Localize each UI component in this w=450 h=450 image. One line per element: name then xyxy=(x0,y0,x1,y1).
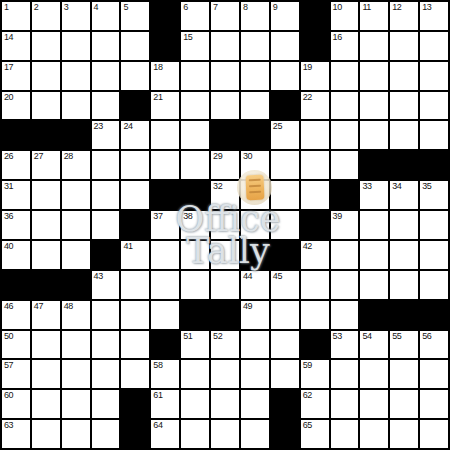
clue-number: 50 xyxy=(4,331,13,342)
clue-number: 53 xyxy=(333,331,342,342)
cell-r11c7[interactable]: 52 xyxy=(211,331,239,359)
cell-r0c11[interactable]: 10 xyxy=(331,2,359,30)
cell-r6c0[interactable]: 31 xyxy=(2,181,30,209)
black-cell-r6c11 xyxy=(331,181,359,209)
cell-r8c13[interactable] xyxy=(390,241,418,269)
cell-r11c8[interactable] xyxy=(241,331,269,359)
cell-r9c13[interactable] xyxy=(390,271,418,299)
clue-number: 30 xyxy=(243,151,252,162)
cell-r11c13[interactable]: 55 xyxy=(390,331,418,359)
cell-r8c12[interactable] xyxy=(360,241,388,269)
black-cell-r11c5 xyxy=(151,331,179,359)
cell-r9c6[interactable] xyxy=(181,271,209,299)
cell-r10c11[interactable] xyxy=(331,301,359,329)
cell-r9c9[interactable]: 45 xyxy=(271,271,299,299)
cell-r8c4[interactable]: 41 xyxy=(121,241,149,269)
cell-r6c4[interactable] xyxy=(121,181,149,209)
cell-r3c0[interactable]: 20 xyxy=(2,92,30,120)
cell-r1c8[interactable] xyxy=(241,32,269,60)
cell-r12c8[interactable] xyxy=(241,360,269,388)
cell-r2c14[interactable] xyxy=(420,62,448,90)
cell-r14c7[interactable] xyxy=(211,420,239,448)
cell-r10c0[interactable]: 46 xyxy=(2,301,30,329)
cell-r8c7[interactable] xyxy=(211,241,239,269)
black-cell-r9c2 xyxy=(62,271,90,299)
clue-number: 22 xyxy=(303,92,312,103)
black-cell-r10c7 xyxy=(211,301,239,329)
black-cell-r9c0 xyxy=(2,271,30,299)
black-cell-r1c5 xyxy=(151,32,179,60)
cell-r2c7[interactable] xyxy=(211,62,239,90)
cell-r3c13[interactable] xyxy=(390,92,418,120)
black-cell-r4c0 xyxy=(2,121,30,149)
black-cell-r13c4 xyxy=(121,390,149,418)
clue-number: 4 xyxy=(94,2,99,13)
cell-r6c14[interactable]: 35 xyxy=(420,181,448,209)
clue-number: 16 xyxy=(333,32,342,43)
cell-r3c5[interactable]: 21 xyxy=(151,92,179,120)
cell-r14c11[interactable] xyxy=(331,420,359,448)
clue-number: 51 xyxy=(183,331,192,342)
black-cell-r8c8 xyxy=(241,241,269,269)
cell-r9c7[interactable] xyxy=(211,271,239,299)
cell-r8c2[interactable] xyxy=(62,241,90,269)
cell-r13c5[interactable]: 61 xyxy=(151,390,179,418)
cell-r12c12[interactable] xyxy=(360,360,388,388)
cell-r0c12[interactable]: 11 xyxy=(360,2,388,30)
cell-r7c13[interactable] xyxy=(390,211,418,239)
clue-number: 21 xyxy=(153,92,162,103)
cell-r12c9[interactable] xyxy=(271,360,299,388)
clue-number: 47 xyxy=(34,301,43,312)
cell-r9c12[interactable] xyxy=(360,271,388,299)
black-cell-r0c5 xyxy=(151,2,179,30)
black-cell-r7c10 xyxy=(301,211,329,239)
cell-r11c11[interactable]: 53 xyxy=(331,331,359,359)
cell-r0c3[interactable]: 4 xyxy=(92,2,120,30)
cell-r2c4[interactable] xyxy=(121,62,149,90)
cell-r7c3[interactable] xyxy=(92,211,120,239)
clue-number: 37 xyxy=(153,211,162,222)
cell-r6c2[interactable] xyxy=(62,181,90,209)
clue-number: 38 xyxy=(183,211,192,222)
black-cell-r4c7 xyxy=(211,121,239,149)
clue-number: 42 xyxy=(303,241,312,252)
cell-r0c13[interactable]: 12 xyxy=(390,2,418,30)
cell-r6c13[interactable]: 34 xyxy=(390,181,418,209)
cell-r12c5[interactable]: 58 xyxy=(151,360,179,388)
cell-r8c6[interactable] xyxy=(181,241,209,269)
clue-number: 14 xyxy=(4,32,13,43)
cell-r14c2[interactable] xyxy=(62,420,90,448)
cell-r14c0[interactable]: 63 xyxy=(2,420,30,448)
cell-r4c10[interactable] xyxy=(301,121,329,149)
cell-r0c0[interactable]: 1 xyxy=(2,2,30,30)
cell-r10c2[interactable]: 48 xyxy=(62,301,90,329)
cell-r6c10[interactable] xyxy=(301,181,329,209)
cell-r1c7[interactable] xyxy=(211,32,239,60)
clue-number: 29 xyxy=(213,151,222,162)
black-cell-r6c6 xyxy=(181,181,209,209)
cell-r6c9[interactable] xyxy=(271,181,299,209)
cell-r7c11[interactable]: 39 xyxy=(331,211,359,239)
cell-r1c2[interactable] xyxy=(62,32,90,60)
black-cell-r14c4 xyxy=(121,420,149,448)
black-cell-r10c6 xyxy=(181,301,209,329)
cell-r11c9[interactable] xyxy=(271,331,299,359)
cell-r1c3[interactable] xyxy=(92,32,120,60)
cell-r2c9[interactable] xyxy=(271,62,299,90)
clue-number: 15 xyxy=(183,32,192,43)
clue-number: 12 xyxy=(392,2,401,13)
cell-r12c11[interactable] xyxy=(331,360,359,388)
cell-r13c2[interactable] xyxy=(62,390,90,418)
cell-r0c9[interactable]: 9 xyxy=(271,2,299,30)
clue-number: 27 xyxy=(34,151,43,162)
cell-r13c7[interactable] xyxy=(211,390,239,418)
cell-r0c4[interactable]: 5 xyxy=(121,2,149,30)
cell-r4c9[interactable]: 25 xyxy=(271,121,299,149)
black-cell-r13c9 xyxy=(271,390,299,418)
cell-r7c0[interactable]: 36 xyxy=(2,211,30,239)
cell-r6c1[interactable] xyxy=(32,181,60,209)
black-cell-r10c14 xyxy=(420,301,448,329)
cell-r1c12[interactable] xyxy=(360,32,388,60)
clue-number: 5 xyxy=(123,2,128,13)
clue-number: 31 xyxy=(4,181,13,192)
cell-r0c6[interactable]: 6 xyxy=(181,2,209,30)
cell-r1c4[interactable] xyxy=(121,32,149,60)
cell-r5c6[interactable] xyxy=(181,151,209,179)
cell-r14c3[interactable] xyxy=(92,420,120,448)
clue-number: 7 xyxy=(213,2,218,13)
cell-r9c10[interactable] xyxy=(301,271,329,299)
cell-r7c7[interactable] xyxy=(211,211,239,239)
cell-r11c14[interactable]: 56 xyxy=(420,331,448,359)
clue-number: 46 xyxy=(4,301,13,312)
cell-r9c4[interactable] xyxy=(121,271,149,299)
cell-r11c12[interactable]: 54 xyxy=(360,331,388,359)
clue-number: 48 xyxy=(64,301,73,312)
cell-r9c5[interactable] xyxy=(151,271,179,299)
cell-r0c14[interactable]: 13 xyxy=(420,2,448,30)
cell-r2c6[interactable] xyxy=(181,62,209,90)
clue-number: 64 xyxy=(153,420,162,431)
clue-number: 56 xyxy=(422,331,431,342)
cell-r1c14[interactable] xyxy=(420,32,448,60)
clue-number: 8 xyxy=(243,2,248,13)
black-cell-r14c9 xyxy=(271,420,299,448)
cell-r13c6[interactable] xyxy=(181,390,209,418)
cell-r1c1[interactable] xyxy=(32,32,60,60)
black-cell-r8c3 xyxy=(92,241,120,269)
cell-r2c13[interactable] xyxy=(390,62,418,90)
cell-r5c3[interactable] xyxy=(92,151,120,179)
cell-r10c5[interactable] xyxy=(151,301,179,329)
cell-r14c6[interactable] xyxy=(181,420,209,448)
cell-r13c14[interactable] xyxy=(420,390,448,418)
cell-r13c8[interactable] xyxy=(241,390,269,418)
cell-r5c9[interactable] xyxy=(271,151,299,179)
cell-r4c14[interactable] xyxy=(420,121,448,149)
cell-r7c12[interactable] xyxy=(360,211,388,239)
cell-r10c8[interactable]: 49 xyxy=(241,301,269,329)
cell-r3c7[interactable] xyxy=(211,92,239,120)
clue-number: 34 xyxy=(392,181,401,192)
black-cell-r0c10 xyxy=(301,2,329,30)
clue-number: 40 xyxy=(4,241,13,252)
cell-r2c8[interactable] xyxy=(241,62,269,90)
cell-r8c14[interactable] xyxy=(420,241,448,269)
cell-r12c6[interactable] xyxy=(181,360,209,388)
cell-r14c14[interactable] xyxy=(420,420,448,448)
clue-number: 65 xyxy=(303,420,312,431)
cell-r0c8[interactable]: 8 xyxy=(241,2,269,30)
cell-r10c3[interactable] xyxy=(92,301,120,329)
black-cell-r7c4 xyxy=(121,211,149,239)
black-cell-r4c8 xyxy=(241,121,269,149)
clue-number: 55 xyxy=(392,331,401,342)
cell-r0c2[interactable]: 3 xyxy=(62,2,90,30)
cell-r3c10[interactable]: 22 xyxy=(301,92,329,120)
cell-r12c3[interactable] xyxy=(92,360,120,388)
cell-r4c3[interactable]: 23 xyxy=(92,121,120,149)
cell-r12c1[interactable] xyxy=(32,360,60,388)
cell-r2c5[interactable]: 18 xyxy=(151,62,179,90)
clue-number: 18 xyxy=(153,62,162,73)
black-cell-r5c12 xyxy=(360,151,388,179)
cell-r6c7[interactable]: 32 xyxy=(211,181,239,209)
cell-r13c11[interactable] xyxy=(331,390,359,418)
clue-number: 49 xyxy=(243,301,252,312)
cell-r5c5[interactable] xyxy=(151,151,179,179)
clue-number: 6 xyxy=(183,2,188,13)
cell-r7c14[interactable] xyxy=(420,211,448,239)
clue-number: 10 xyxy=(333,2,342,13)
cell-r2c0[interactable]: 17 xyxy=(2,62,30,90)
clue-number: 52 xyxy=(213,331,222,342)
cell-r1c9[interactable] xyxy=(271,32,299,60)
cell-r4c12[interactable] xyxy=(360,121,388,149)
cell-r5c0[interactable]: 26 xyxy=(2,151,30,179)
black-cell-r3c9 xyxy=(271,92,299,120)
cell-r12c0[interactable]: 57 xyxy=(2,360,30,388)
clue-number: 61 xyxy=(153,390,162,401)
cell-r9c3[interactable]: 43 xyxy=(92,271,120,299)
cell-r7c9[interactable] xyxy=(271,211,299,239)
cell-r14c12[interactable] xyxy=(360,420,388,448)
cell-r4c13[interactable] xyxy=(390,121,418,149)
cell-r3c3[interactable] xyxy=(92,92,120,120)
cell-r7c5[interactable]: 37 xyxy=(151,211,179,239)
black-cell-r3c4 xyxy=(121,92,149,120)
clue-number: 20 xyxy=(4,92,13,103)
cell-r2c11[interactable] xyxy=(331,62,359,90)
cell-r13c10[interactable]: 62 xyxy=(301,390,329,418)
cell-r13c3[interactable] xyxy=(92,390,120,418)
black-cell-r10c12 xyxy=(360,301,388,329)
clue-number: 58 xyxy=(153,360,162,371)
cell-r8c5[interactable] xyxy=(151,241,179,269)
cell-r6c12[interactable]: 33 xyxy=(360,181,388,209)
clue-number: 60 xyxy=(4,390,13,401)
cell-r10c4[interactable] xyxy=(121,301,149,329)
cell-r3c12[interactable] xyxy=(360,92,388,120)
clue-number: 9 xyxy=(273,2,278,13)
clue-number: 13 xyxy=(422,2,431,13)
cell-r3c14[interactable] xyxy=(420,92,448,120)
cell-r14c8[interactable] xyxy=(241,420,269,448)
cell-r14c1[interactable] xyxy=(32,420,60,448)
cell-r5c4[interactable] xyxy=(121,151,149,179)
cell-r8c0[interactable]: 40 xyxy=(2,241,30,269)
clue-number: 28 xyxy=(64,151,73,162)
cell-r2c12[interactable] xyxy=(360,62,388,90)
clue-number: 57 xyxy=(4,360,13,371)
cell-r8c11[interactable] xyxy=(331,241,359,269)
cell-r11c6[interactable]: 51 xyxy=(181,331,209,359)
cell-r7c1[interactable] xyxy=(32,211,60,239)
cell-r4c6[interactable] xyxy=(181,121,209,149)
cell-r11c3[interactable] xyxy=(92,331,120,359)
cell-r2c2[interactable] xyxy=(62,62,90,90)
cell-r1c6[interactable]: 15 xyxy=(181,32,209,60)
cell-r13c13[interactable] xyxy=(390,390,418,418)
cell-r3c11[interactable] xyxy=(331,92,359,120)
cell-r13c1[interactable] xyxy=(32,390,60,418)
clue-number: 26 xyxy=(4,151,13,162)
black-cell-r8c9 xyxy=(271,241,299,269)
cell-r14c10[interactable]: 65 xyxy=(301,420,329,448)
cell-r9c14[interactable] xyxy=(420,271,448,299)
cell-r13c0[interactable]: 60 xyxy=(2,390,30,418)
cell-r10c10[interactable] xyxy=(301,301,329,329)
cell-r5c1[interactable]: 27 xyxy=(32,151,60,179)
cell-r12c14[interactable] xyxy=(420,360,448,388)
black-cell-r11c10 xyxy=(301,331,329,359)
cell-r8c10[interactable]: 42 xyxy=(301,241,329,269)
clue-number: 17 xyxy=(4,62,13,73)
cell-r14c5[interactable]: 64 xyxy=(151,420,179,448)
cell-r0c7[interactable]: 7 xyxy=(211,2,239,30)
crossword-grid: 1234567891011121314151617181920212223242… xyxy=(0,0,450,450)
cell-r14c13[interactable] xyxy=(390,420,418,448)
cell-r3c2[interactable] xyxy=(62,92,90,120)
cell-r10c1[interactable]: 47 xyxy=(32,301,60,329)
clue-number: 32 xyxy=(213,181,222,192)
cell-r5c7[interactable]: 29 xyxy=(211,151,239,179)
cell-r2c1[interactable] xyxy=(32,62,60,90)
cell-r13c12[interactable] xyxy=(360,390,388,418)
clue-number: 62 xyxy=(303,390,312,401)
cell-r7c8[interactable] xyxy=(241,211,269,239)
cell-r11c1[interactable] xyxy=(32,331,60,359)
cell-r7c2[interactable] xyxy=(62,211,90,239)
clue-number: 54 xyxy=(362,331,371,342)
clue-number: 43 xyxy=(94,271,103,282)
black-cell-r5c14 xyxy=(420,151,448,179)
clue-number: 45 xyxy=(273,271,282,282)
black-cell-r4c2 xyxy=(62,121,90,149)
black-cell-r5c13 xyxy=(390,151,418,179)
cell-r4c4[interactable]: 24 xyxy=(121,121,149,149)
cell-r5c2[interactable]: 28 xyxy=(62,151,90,179)
black-cell-r10c13 xyxy=(390,301,418,329)
cell-r9c11[interactable] xyxy=(331,271,359,299)
cell-r1c11[interactable]: 16 xyxy=(331,32,359,60)
cell-r5c11[interactable] xyxy=(331,151,359,179)
clue-number: 1 xyxy=(4,2,9,13)
clue-number: 25 xyxy=(273,121,282,132)
clue-number: 2 xyxy=(34,2,39,13)
black-cell-r1c10 xyxy=(301,32,329,60)
cell-r3c6[interactable] xyxy=(181,92,209,120)
clue-number: 63 xyxy=(4,420,13,431)
cell-r11c0[interactable]: 50 xyxy=(2,331,30,359)
cell-r5c8[interactable]: 30 xyxy=(241,151,269,179)
cell-r9c8[interactable]: 44 xyxy=(241,271,269,299)
clue-number: 41 xyxy=(123,241,132,252)
clue-number: 3 xyxy=(64,2,69,13)
cell-r6c3[interactable] xyxy=(92,181,120,209)
cell-r4c11[interactable] xyxy=(331,121,359,149)
clue-number: 44 xyxy=(243,271,252,282)
cell-r0c1[interactable]: 2 xyxy=(32,2,60,30)
clue-number: 59 xyxy=(303,360,312,371)
cell-r6c8[interactable] xyxy=(241,181,269,209)
cell-r3c1[interactable] xyxy=(32,92,60,120)
cell-r8c1[interactable] xyxy=(32,241,60,269)
cell-r11c4[interactable] xyxy=(121,331,149,359)
clue-number: 33 xyxy=(362,181,371,192)
black-cell-r9c1 xyxy=(32,271,60,299)
clue-number: 23 xyxy=(94,121,103,132)
cell-r12c4[interactable] xyxy=(121,360,149,388)
cell-r1c0[interactable]: 14 xyxy=(2,32,30,60)
cell-r12c2[interactable] xyxy=(62,360,90,388)
cell-r10c9[interactable] xyxy=(271,301,299,329)
black-cell-r4c1 xyxy=(32,121,60,149)
black-cell-r6c5 xyxy=(151,181,179,209)
cell-r12c10[interactable]: 59 xyxy=(301,360,329,388)
cell-r5c10[interactable] xyxy=(301,151,329,179)
cell-r2c3[interactable] xyxy=(92,62,120,90)
cell-r3c8[interactable] xyxy=(241,92,269,120)
cell-r1c13[interactable] xyxy=(390,32,418,60)
cell-r12c13[interactable] xyxy=(390,360,418,388)
clue-number: 11 xyxy=(362,2,371,13)
clue-number: 24 xyxy=(123,121,132,132)
cell-r12c7[interactable] xyxy=(211,360,239,388)
cell-r2c10[interactable]: 19 xyxy=(301,62,329,90)
clue-number: 35 xyxy=(422,181,431,192)
clue-number: 36 xyxy=(4,211,13,222)
clue-number: 19 xyxy=(303,62,312,73)
cell-r4c5[interactable] xyxy=(151,121,179,149)
cell-r11c2[interactable] xyxy=(62,331,90,359)
clue-number: 39 xyxy=(333,211,342,222)
cell-r7c6[interactable]: 38 xyxy=(181,211,209,239)
